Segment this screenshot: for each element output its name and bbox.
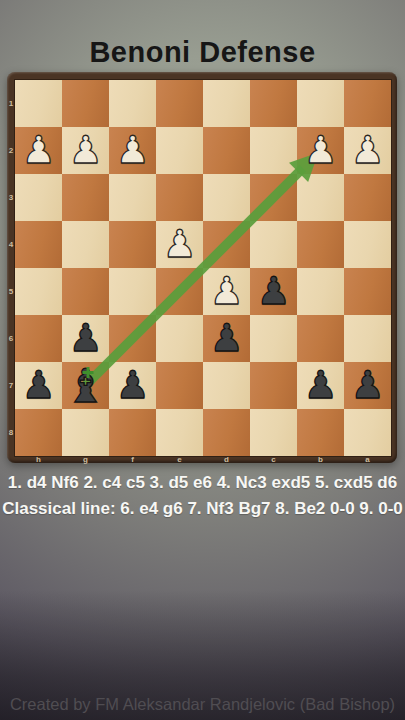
square-g1	[62, 80, 109, 127]
square-b8	[297, 409, 344, 456]
rank-label-1: 1	[7, 80, 15, 127]
square-h1	[15, 80, 62, 127]
square-b1	[297, 80, 344, 127]
square-a5	[344, 268, 391, 315]
square-b3	[297, 174, 344, 221]
square-a8	[344, 409, 391, 456]
square-h6	[15, 315, 62, 362]
rank-label-6: 6	[7, 315, 15, 362]
square-e7	[156, 362, 203, 409]
file-label-a: a	[344, 455, 391, 463]
square-c5	[250, 268, 297, 315]
move-list: 1. d4 Nf6 2. c4 c5 3. d5 e6 4. Nc3 exd5 …	[0, 470, 405, 522]
square-b5	[297, 268, 344, 315]
square-e1	[156, 80, 203, 127]
square-a2	[344, 127, 391, 174]
square-a3	[344, 174, 391, 221]
square-d7	[203, 362, 250, 409]
square-f1	[109, 80, 156, 127]
square-d2	[203, 127, 250, 174]
square-g7	[62, 362, 109, 409]
square-h8	[15, 409, 62, 456]
square-h5	[15, 268, 62, 315]
square-a7	[344, 362, 391, 409]
square-f8	[109, 409, 156, 456]
square-e4	[156, 221, 203, 268]
rank-label-2: 2	[7, 127, 15, 174]
square-f6	[109, 315, 156, 362]
square-e3	[156, 174, 203, 221]
square-b7	[297, 362, 344, 409]
square-c8	[250, 409, 297, 456]
square-d8	[203, 409, 250, 456]
square-g4	[62, 221, 109, 268]
square-c6	[250, 315, 297, 362]
rank-label-7: 7	[7, 362, 15, 409]
rank-label-4: 4	[7, 221, 15, 268]
square-e6	[156, 315, 203, 362]
square-g2	[62, 127, 109, 174]
file-label-e: e	[156, 455, 203, 463]
file-label-c: c	[250, 455, 297, 463]
square-g6	[62, 315, 109, 362]
square-c1	[250, 80, 297, 127]
credit-line: Created by FM Aleksandar Randjelovic (Ba…	[0, 695, 405, 714]
square-d1	[203, 80, 250, 127]
square-d4	[203, 221, 250, 268]
square-h7	[15, 362, 62, 409]
square-d6	[203, 315, 250, 362]
square-h3	[15, 174, 62, 221]
square-g8	[62, 409, 109, 456]
square-g5	[62, 268, 109, 315]
file-label-f: f	[109, 455, 156, 463]
chess-board: ♟♟♟♟♟♟♟♟♟♟♟♝♟♟♟ 12345678hgfedcba	[7, 72, 397, 463]
square-e8	[156, 409, 203, 456]
square-g3	[62, 174, 109, 221]
square-a4	[344, 221, 391, 268]
file-label-d: d	[203, 455, 250, 463]
board-grid	[15, 80, 391, 456]
page-title: Benoni Defense	[0, 36, 405, 69]
move-line-2: Classical line: 6. e4 g6 7. Nf3 Bg7 8. B…	[0, 496, 405, 522]
rank-label-3: 3	[7, 174, 15, 221]
move-line-1: 1. d4 Nf6 2. c4 c5 3. d5 e6 4. Nc3 exd5 …	[0, 470, 405, 496]
square-b2	[297, 127, 344, 174]
square-f4	[109, 221, 156, 268]
square-e5	[156, 268, 203, 315]
file-label-g: g	[62, 455, 109, 463]
square-b6	[297, 315, 344, 362]
square-a1	[344, 80, 391, 127]
file-label-b: b	[297, 455, 344, 463]
square-f5	[109, 268, 156, 315]
square-f7	[109, 362, 156, 409]
square-c4	[250, 221, 297, 268]
square-b4	[297, 221, 344, 268]
square-f3	[109, 174, 156, 221]
rank-label-8: 8	[7, 409, 15, 456]
square-c3	[250, 174, 297, 221]
square-f2	[109, 127, 156, 174]
file-label-h: h	[15, 455, 62, 463]
square-d5	[203, 268, 250, 315]
square-e2	[156, 127, 203, 174]
square-c2	[250, 127, 297, 174]
square-h4	[15, 221, 62, 268]
rank-label-5: 5	[7, 268, 15, 315]
square-c7	[250, 362, 297, 409]
square-d3	[203, 174, 250, 221]
square-h2	[15, 127, 62, 174]
square-a6	[344, 315, 391, 362]
